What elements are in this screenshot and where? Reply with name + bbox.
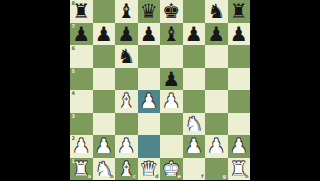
square-b7[interactable]: ♟ — [93, 23, 116, 46]
piece-white-pawn[interactable]: ♟ — [95, 136, 113, 156]
square-a4[interactable]: 4 — [70, 90, 93, 113]
square-h2[interactable]: ♟ — [228, 135, 251, 158]
square-h7[interactable]: ♟ — [228, 23, 251, 46]
square-d3[interactable] — [138, 113, 161, 136]
square-h3[interactable] — [228, 113, 251, 136]
piece-black-pawn[interactable]: ♟ — [140, 23, 158, 43]
square-g3[interactable] — [205, 113, 228, 136]
square-a1[interactable]: ♜1a — [70, 158, 93, 181]
piece-white-pawn[interactable]: ♟ — [117, 136, 135, 156]
square-c8[interactable]: ♝ — [115, 0, 138, 23]
square-d7[interactable]: ♟ — [138, 23, 161, 46]
square-b6[interactable] — [93, 45, 116, 68]
piece-white-queen[interactable]: ♛ — [140, 158, 158, 178]
square-a3[interactable]: 3 — [70, 113, 93, 136]
chess-board: ♜8♝♛♚♞♜♟7♟♟♟♝♟♟♟6♞5♟4♝♟♟3♞♟2♟♟♟♟♟♜1a♞b♝c… — [70, 0, 250, 180]
square-f1[interactable]: f — [183, 158, 206, 181]
square-c3[interactable] — [115, 113, 138, 136]
square-d5[interactable] — [138, 68, 161, 91]
square-d6[interactable] — [138, 45, 161, 68]
square-f5[interactable] — [183, 68, 206, 91]
square-e6[interactable] — [160, 45, 183, 68]
rank-label-3: 3 — [72, 114, 75, 119]
letterbox-right — [250, 0, 320, 180]
square-e2[interactable] — [160, 135, 183, 158]
square-h5[interactable] — [228, 68, 251, 91]
piece-black-king[interactable]: ♚ — [162, 1, 180, 21]
letterbox-left — [0, 0, 70, 180]
square-a5[interactable]: 5 — [70, 68, 93, 91]
piece-black-pawn[interactable]: ♟ — [230, 23, 248, 43]
piece-white-knight[interactable]: ♞ — [95, 158, 113, 178]
piece-black-bishop[interactable]: ♝ — [117, 1, 135, 21]
square-h8[interactable]: ♜ — [228, 0, 251, 23]
piece-white-bishop[interactable]: ♝ — [117, 158, 135, 178]
square-g4[interactable] — [205, 90, 228, 113]
square-a2[interactable]: ♟2 — [70, 135, 93, 158]
square-c6[interactable]: ♞ — [115, 45, 138, 68]
square-e7[interactable]: ♝ — [160, 23, 183, 46]
rank-label-6: 6 — [72, 46, 75, 51]
piece-black-pawn[interactable]: ♟ — [72, 23, 90, 43]
piece-white-pawn[interactable]: ♟ — [72, 136, 90, 156]
square-b8[interactable] — [93, 0, 116, 23]
square-g7[interactable]: ♟ — [205, 23, 228, 46]
square-e5[interactable]: ♟ — [160, 68, 183, 91]
square-c2[interactable]: ♟ — [115, 135, 138, 158]
square-h1[interactable]: ♜h — [228, 158, 251, 181]
square-a8[interactable]: ♜8 — [70, 0, 93, 23]
square-f2[interactable]: ♟ — [183, 135, 206, 158]
square-f6[interactable] — [183, 45, 206, 68]
square-e3[interactable] — [160, 113, 183, 136]
square-b5[interactable] — [93, 68, 116, 91]
square-f3[interactable]: ♞ — [183, 113, 206, 136]
square-g8[interactable]: ♞ — [205, 0, 228, 23]
piece-white-king[interactable]: ♚ — [162, 158, 180, 178]
square-c1[interactable]: ♝c — [115, 158, 138, 181]
piece-white-knight[interactable]: ♞ — [185, 113, 203, 133]
square-f7[interactable]: ♟ — [183, 23, 206, 46]
square-g6[interactable] — [205, 45, 228, 68]
piece-black-pawn[interactable]: ♟ — [162, 68, 180, 88]
square-c7[interactable]: ♟ — [115, 23, 138, 46]
rank-label-5: 5 — [72, 69, 75, 74]
piece-black-pawn[interactable]: ♟ — [185, 23, 203, 43]
square-e1[interactable]: ♚e — [160, 158, 183, 181]
square-a6[interactable]: 6 — [70, 45, 93, 68]
square-h6[interactable] — [228, 45, 251, 68]
piece-black-pawn[interactable]: ♟ — [95, 23, 113, 43]
piece-black-knight[interactable]: ♞ — [207, 1, 225, 21]
square-d4[interactable]: ♟ — [138, 90, 161, 113]
piece-white-pawn[interactable]: ♟ — [230, 136, 248, 156]
square-d8[interactable]: ♛ — [138, 0, 161, 23]
square-b1[interactable]: ♞b — [93, 158, 116, 181]
square-h4[interactable] — [228, 90, 251, 113]
square-f4[interactable] — [183, 90, 206, 113]
square-g1[interactable]: g — [205, 158, 228, 181]
piece-white-pawn[interactable]: ♟ — [185, 136, 203, 156]
piece-white-pawn[interactable]: ♟ — [162, 91, 180, 111]
square-g5[interactable] — [205, 68, 228, 91]
square-e8[interactable]: ♚ — [160, 0, 183, 23]
square-c5[interactable] — [115, 68, 138, 91]
file-label-f: f — [201, 174, 203, 179]
square-b4[interactable] — [93, 90, 116, 113]
piece-white-rook[interactable]: ♜ — [230, 158, 248, 178]
chess-app-stage: ♜8♝♛♚♞♜♟7♟♟♟♝♟♟♟6♞5♟4♝♟♟3♞♟2♟♟♟♟♟♜1a♞b♝c… — [0, 0, 320, 180]
square-d2[interactable] — [138, 135, 161, 158]
piece-white-bishop[interactable]: ♝ — [117, 91, 135, 111]
piece-white-rook[interactable]: ♜ — [72, 158, 90, 178]
square-f8[interactable] — [183, 0, 206, 23]
piece-white-pawn[interactable]: ♟ — [140, 91, 158, 111]
piece-black-rook[interactable]: ♜ — [230, 1, 248, 21]
square-e4[interactable]: ♟ — [160, 90, 183, 113]
square-g2[interactable]: ♟ — [205, 135, 228, 158]
piece-black-pawn[interactable]: ♟ — [117, 23, 135, 43]
square-a7[interactable]: ♟7 — [70, 23, 93, 46]
piece-black-pawn[interactable]: ♟ — [207, 23, 225, 43]
square-b2[interactable]: ♟ — [93, 135, 116, 158]
rank-label-4: 4 — [72, 91, 75, 96]
square-c4[interactable]: ♝ — [115, 90, 138, 113]
file-label-g: g — [222, 174, 226, 179]
square-b3[interactable] — [93, 113, 116, 136]
piece-black-queen[interactable]: ♛ — [140, 1, 158, 21]
piece-black-knight[interactable]: ♞ — [117, 46, 135, 66]
piece-white-pawn[interactable]: ♟ — [207, 136, 225, 156]
piece-black-rook[interactable]: ♜ — [72, 1, 90, 21]
square-d1[interactable]: ♛d — [138, 158, 161, 181]
piece-black-bishop[interactable]: ♝ — [162, 23, 180, 43]
